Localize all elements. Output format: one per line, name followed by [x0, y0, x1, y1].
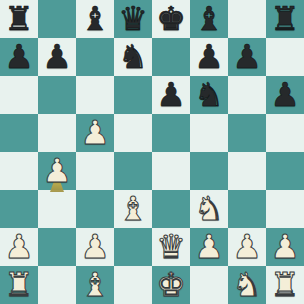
cell-c6: [76, 76, 114, 114]
piece-white-knight-g1[interactable]: ♞: [232, 266, 262, 304]
piece-white-king-e1[interactable]: ♚: [156, 266, 186, 304]
cell-g2: ♟: [228, 228, 266, 266]
piece-black-rook-a8[interactable]: ♜: [4, 0, 34, 38]
cell-d2: [114, 228, 152, 266]
cell-c5: ♟: [76, 114, 114, 152]
piece-white-pawn-a2[interactable]: ♟: [4, 228, 34, 266]
cell-f3: ♞: [190, 190, 228, 228]
cell-e6: ♟: [152, 76, 190, 114]
cell-f2: ♟: [190, 228, 228, 266]
piece-white-pawn-c2[interactable]: ♟: [80, 228, 110, 266]
cell-f5: [190, 114, 228, 152]
cell-a7: ♟: [0, 38, 38, 76]
piece-white-pawn-f2[interactable]: ♟: [194, 228, 224, 266]
cell-b2: [38, 228, 76, 266]
cell-a5: [0, 114, 38, 152]
cell-c4: [76, 152, 114, 190]
piece-black-knight-d7[interactable]: ♞: [118, 38, 148, 76]
cell-g5: [228, 114, 266, 152]
cell-g4: [228, 152, 266, 190]
piece-white-pawn-c5[interactable]: ♟: [80, 114, 110, 152]
piece-black-pawn-g7[interactable]: ♟: [232, 38, 262, 76]
piece-black-pawn-a7[interactable]: ♟: [4, 38, 34, 76]
cell-d7: ♞: [114, 38, 152, 76]
cell-e8: ♚: [152, 0, 190, 38]
cell-a2: ♟: [0, 228, 38, 266]
piece-black-knight-f6[interactable]: ♞: [194, 76, 224, 114]
cell-e5: [152, 114, 190, 152]
cell-c7: [76, 38, 114, 76]
cell-e2: ♛: [152, 228, 190, 266]
piece-black-queen-d8[interactable]: ♛: [118, 0, 148, 38]
piece-black-pawn-e6[interactable]: ♟: [156, 76, 186, 114]
cell-f8: ♝: [190, 0, 228, 38]
cell-h6: ♟: [266, 76, 304, 114]
board-pieces: ♜♝♛♚♝♜♟♟♞♟♟♟♞♟♟♟♝♞♟♟♛♟♟♟♜♝♚♞♜: [0, 0, 304, 304]
cell-h7: [266, 38, 304, 76]
cell-g3: [228, 190, 266, 228]
cell-a4: [0, 152, 38, 190]
cell-d1: [114, 266, 152, 304]
piece-white-rook-h1[interactable]: ♜: [270, 266, 300, 304]
piece-black-bishop-c8[interactable]: ♝: [80, 0, 110, 38]
piece-black-pawn-h6[interactable]: ♟: [270, 76, 300, 114]
cell-h5: [266, 114, 304, 152]
cell-a6: [0, 76, 38, 114]
cell-g6: [228, 76, 266, 114]
cell-d6: [114, 76, 152, 114]
cell-h4: [266, 152, 304, 190]
cell-b3: [38, 190, 76, 228]
cell-c2: ♟: [76, 228, 114, 266]
cell-g8: [228, 0, 266, 38]
cell-g7: ♟: [228, 38, 266, 76]
cell-h3: [266, 190, 304, 228]
piece-white-pawn-g2[interactable]: ♟: [232, 228, 262, 266]
cell-e1: ♚: [152, 266, 190, 304]
piece-black-king-e8[interactable]: ♚: [156, 0, 186, 38]
cell-h8: ♜: [266, 0, 304, 38]
cell-e7: [152, 38, 190, 76]
piece-white-rook-a1[interactable]: ♜: [4, 266, 34, 304]
cell-a3: [0, 190, 38, 228]
piece-white-bishop-d3[interactable]: ♝: [118, 190, 148, 228]
cell-d3: ♝: [114, 190, 152, 228]
cell-b1: [38, 266, 76, 304]
cell-d4: [114, 152, 152, 190]
piece-white-pawn-h2[interactable]: ♟: [270, 228, 300, 266]
cell-b5: [38, 114, 76, 152]
piece-black-pawn-b7[interactable]: ♟: [42, 38, 72, 76]
cell-a1: ♜: [0, 266, 38, 304]
piece-black-pawn-f7[interactable]: ♟: [194, 38, 224, 76]
piece-white-pawn-b4[interactable]: ♟: [42, 152, 72, 190]
cell-b7: ♟: [38, 38, 76, 76]
cell-c8: ♝: [76, 0, 114, 38]
cell-d5: [114, 114, 152, 152]
cell-g1: ♞: [228, 266, 266, 304]
cell-f4: [190, 152, 228, 190]
piece-white-knight-f3[interactable]: ♞: [194, 190, 224, 228]
cell-c3: [76, 190, 114, 228]
cell-f1: [190, 266, 228, 304]
cell-a8: ♜: [0, 0, 38, 38]
cell-f6: ♞: [190, 76, 228, 114]
piece-white-queen-e2[interactable]: ♛: [156, 228, 186, 266]
cell-b6: [38, 76, 76, 114]
cell-h1: ♜: [266, 266, 304, 304]
cell-b8: [38, 0, 76, 38]
cell-c1: ♝: [76, 266, 114, 304]
cell-h2: ♟: [266, 228, 304, 266]
cell-d8: ♛: [114, 0, 152, 38]
cell-e3: [152, 190, 190, 228]
piece-black-rook-h8[interactable]: ♜: [270, 0, 300, 38]
cell-f7: ♟: [190, 38, 228, 76]
cell-b4: ♟: [38, 152, 76, 190]
chess-board: ♜♝♛♚♝♜♟♟♞♟♟♟♞♟♟♟♝♞♟♟♛♟♟♟♜♝♚♞♜: [0, 0, 304, 304]
cell-e4: [152, 152, 190, 190]
piece-white-bishop-c1[interactable]: ♝: [80, 266, 110, 304]
piece-black-bishop-f8[interactable]: ♝: [194, 0, 224, 38]
